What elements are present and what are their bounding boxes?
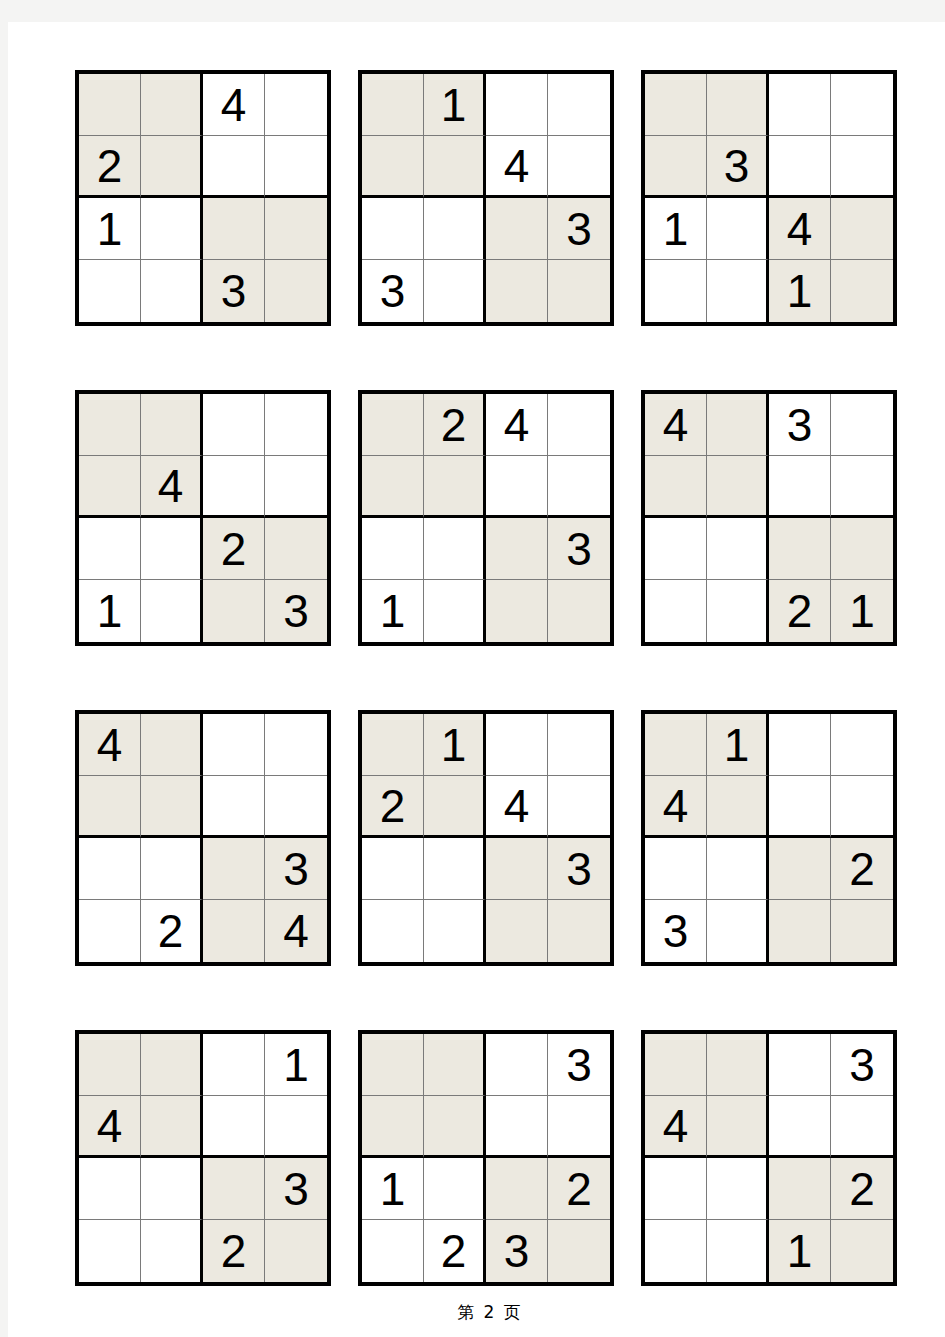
sudoku-cell-p4-r3c1 — [79, 518, 141, 580]
sudoku-cell-p2-r4c4 — [548, 260, 610, 322]
sudoku-cell-p6-r3c1 — [645, 518, 707, 580]
sudoku-cell-p8-r1c4 — [548, 714, 610, 776]
sudoku-cell-p3-r3c2 — [707, 198, 769, 260]
sudoku-cell-p11-r4c1 — [362, 1220, 424, 1282]
sudoku-cell-p12-r4c4 — [831, 1220, 893, 1282]
sudoku-cell-p2-r1c2: 1 — [424, 74, 486, 136]
sudoku-cell-p12-r1c3 — [769, 1034, 831, 1096]
sudoku-cell-p10-r1c1 — [79, 1034, 141, 1096]
sudoku-cell-p5-r1c1 — [362, 394, 424, 456]
sudoku-cell-p2-r4c3 — [486, 260, 548, 322]
sudoku-cell-p7-r4c1 — [79, 900, 141, 962]
sudoku-cell-p7-r3c3 — [203, 838, 265, 900]
sudoku-cell-p6-r4c3: 2 — [769, 580, 831, 642]
sudoku-board-4: 4213 — [75, 390, 331, 646]
sudoku-cell-p12-r2c4 — [831, 1096, 893, 1158]
sudoku-cell-p9-r2c2 — [707, 776, 769, 838]
sudoku-cell-p1-r1c2 — [141, 74, 203, 136]
sudoku-cell-p1-r4c3: 3 — [203, 260, 265, 322]
puzzle-grid-container: 4213143331414213243143214324124314231432… — [75, 70, 897, 1286]
sudoku-cell-p3-r3c1: 1 — [645, 198, 707, 260]
sudoku-cell-p12-r4c3: 1 — [769, 1220, 831, 1282]
sudoku-cell-p9-r1c1 — [645, 714, 707, 776]
sudoku-cell-p3-r1c3 — [769, 74, 831, 136]
sudoku-cell-p7-r1c3 — [203, 714, 265, 776]
sudoku-cell-p4-r1c1 — [79, 394, 141, 456]
sudoku-cell-p7-r3c2 — [141, 838, 203, 900]
sudoku-cell-p12-r2c2 — [707, 1096, 769, 1158]
sudoku-cell-p4-r4c1: 1 — [79, 580, 141, 642]
sudoku-cell-p10-r4c4 — [265, 1220, 327, 1282]
sudoku-cell-p4-r4c3 — [203, 580, 265, 642]
sudoku-cell-p4-r2c4 — [265, 456, 327, 518]
sudoku-cell-p2-r1c4 — [548, 74, 610, 136]
sudoku-cell-p3-r2c1 — [645, 136, 707, 198]
sudoku-cell-p3-r4c1 — [645, 260, 707, 322]
sudoku-cell-p11-r4c3: 3 — [486, 1220, 548, 1282]
sudoku-cell-p12-r3c2 — [707, 1158, 769, 1220]
sudoku-cell-p10-r1c2 — [141, 1034, 203, 1096]
sudoku-cell-p2-r3c2 — [424, 198, 486, 260]
sudoku-cell-p1-r4c4 — [265, 260, 327, 322]
sudoku-cell-p4-r1c3 — [203, 394, 265, 456]
sudoku-cell-p4-r3c4 — [265, 518, 327, 580]
sudoku-cell-p2-r2c3: 4 — [486, 136, 548, 198]
sudoku-board-12: 3421 — [641, 1030, 897, 1286]
sudoku-cell-p9-r1c3 — [769, 714, 831, 776]
sudoku-cell-p4-r4c4: 3 — [265, 580, 327, 642]
sudoku-cell-p6-r3c4 — [831, 518, 893, 580]
sudoku-cell-p8-r3c4: 3 — [548, 838, 610, 900]
sudoku-cell-p10-r2c3 — [203, 1096, 265, 1158]
sudoku-cell-p11-r2c2 — [424, 1096, 486, 1158]
sudoku-cell-p10-r3c3 — [203, 1158, 265, 1220]
sudoku-cell-p7-r4c3 — [203, 900, 265, 962]
sudoku-cell-p6-r1c3: 3 — [769, 394, 831, 456]
sudoku-cell-p1-r4c2 — [141, 260, 203, 322]
sudoku-cell-p7-r2c3 — [203, 776, 265, 838]
sudoku-board-9: 1423 — [641, 710, 897, 966]
sudoku-cell-p8-r1c2: 1 — [424, 714, 486, 776]
sudoku-cell-p11-r3c2 — [424, 1158, 486, 1220]
sudoku-cell-p7-r4c2: 2 — [141, 900, 203, 962]
sudoku-cell-p10-r1c3 — [203, 1034, 265, 1096]
sudoku-cell-p5-r3c2 — [424, 518, 486, 580]
sudoku-cell-p4-r1c4 — [265, 394, 327, 456]
sudoku-cell-p6-r1c2 — [707, 394, 769, 456]
sudoku-cell-p12-r3c1 — [645, 1158, 707, 1220]
sudoku-cell-p3-r2c4 — [831, 136, 893, 198]
sudoku-cell-p11-r4c4 — [548, 1220, 610, 1282]
sudoku-cell-p6-r3c2 — [707, 518, 769, 580]
sudoku-cell-p7-r4c4: 4 — [265, 900, 327, 962]
sudoku-cell-p2-r4c1: 3 — [362, 260, 424, 322]
sudoku-cell-p8-r4c3 — [486, 900, 548, 962]
sudoku-cell-p11-r4c2: 2 — [424, 1220, 486, 1282]
sudoku-board-8: 1243 — [358, 710, 614, 966]
sudoku-cell-p2-r4c2 — [424, 260, 486, 322]
sudoku-cell-p7-r1c4 — [265, 714, 327, 776]
sudoku-cell-p11-r3c4: 2 — [548, 1158, 610, 1220]
sudoku-cell-p12-r1c1 — [645, 1034, 707, 1096]
sudoku-cell-p3-r3c4 — [831, 198, 893, 260]
sudoku-cell-p9-r4c4 — [831, 900, 893, 962]
sudoku-cell-p8-r2c4 — [548, 776, 610, 838]
sudoku-cell-p9-r4c3 — [769, 900, 831, 962]
sudoku-cell-p9-r2c4 — [831, 776, 893, 838]
sudoku-cell-p9-r3c2 — [707, 838, 769, 900]
sudoku-cell-p9-r2c1: 4 — [645, 776, 707, 838]
sudoku-cell-p5-r1c3: 4 — [486, 394, 548, 456]
sudoku-cell-p7-r2c1 — [79, 776, 141, 838]
sudoku-cell-p5-r3c1 — [362, 518, 424, 580]
sudoku-board-5: 2431 — [358, 390, 614, 646]
sudoku-cell-p2-r3c1 — [362, 198, 424, 260]
sudoku-cell-p3-r1c2 — [707, 74, 769, 136]
sudoku-cell-p2-r2c2 — [424, 136, 486, 198]
sudoku-cell-p8-r2c1: 2 — [362, 776, 424, 838]
sudoku-cell-p6-r2c4 — [831, 456, 893, 518]
sudoku-cell-p11-r1c1 — [362, 1034, 424, 1096]
sudoku-cell-p9-r3c1 — [645, 838, 707, 900]
sudoku-cell-p9-r1c2: 1 — [707, 714, 769, 776]
sudoku-cell-p6-r2c2 — [707, 456, 769, 518]
sudoku-cell-p10-r4c1 — [79, 1220, 141, 1282]
sudoku-cell-p2-r3c4: 3 — [548, 198, 610, 260]
sudoku-cell-p6-r1c1: 4 — [645, 394, 707, 456]
sudoku-cell-p4-r2c3 — [203, 456, 265, 518]
sudoku-cell-p6-r4c4: 1 — [831, 580, 893, 642]
sudoku-cell-p5-r4c4 — [548, 580, 610, 642]
sudoku-cell-p3-r4c3: 1 — [769, 260, 831, 322]
sudoku-cell-p9-r2c3 — [769, 776, 831, 838]
sudoku-cell-p12-r1c2 — [707, 1034, 769, 1096]
sudoku-cell-p11-r1c3 — [486, 1034, 548, 1096]
sudoku-cell-p11-r1c4: 3 — [548, 1034, 610, 1096]
sudoku-cell-p1-r3c1: 1 — [79, 198, 141, 260]
sudoku-cell-p6-r1c4 — [831, 394, 893, 456]
sudoku-cell-p11-r3c1: 1 — [362, 1158, 424, 1220]
sudoku-cell-p5-r3c3 — [486, 518, 548, 580]
sudoku-cell-p1-r2c1: 2 — [79, 136, 141, 198]
sudoku-cell-p7-r2c4 — [265, 776, 327, 838]
sudoku-cell-p1-r3c3 — [203, 198, 265, 260]
sudoku-cell-p11-r3c3 — [486, 1158, 548, 1220]
sudoku-board-1: 4213 — [75, 70, 331, 326]
sudoku-cell-p1-r3c2 — [141, 198, 203, 260]
sudoku-cell-p5-r2c1 — [362, 456, 424, 518]
sudoku-cell-p12-r3c3 — [769, 1158, 831, 1220]
sudoku-cell-p3-r4c2 — [707, 260, 769, 322]
sudoku-cell-p5-r4c3 — [486, 580, 548, 642]
sudoku-cell-p8-r3c3 — [486, 838, 548, 900]
sudoku-cell-p12-r1c4: 3 — [831, 1034, 893, 1096]
sudoku-cell-p8-r1c3 — [486, 714, 548, 776]
sudoku-cell-p8-r1c1 — [362, 714, 424, 776]
sudoku-cell-p7-r1c1: 4 — [79, 714, 141, 776]
sudoku-cell-p3-r4c4 — [831, 260, 893, 322]
sudoku-cell-p5-r4c2 — [424, 580, 486, 642]
sudoku-cell-p3-r2c2: 3 — [707, 136, 769, 198]
sudoku-cell-p10-r4c2 — [141, 1220, 203, 1282]
sudoku-cell-p1-r2c2 — [141, 136, 203, 198]
sudoku-board-6: 4321 — [641, 390, 897, 646]
sudoku-cell-p4-r1c2 — [141, 394, 203, 456]
sudoku-cell-p2-r1c3 — [486, 74, 548, 136]
sudoku-cell-p5-r4c1: 1 — [362, 580, 424, 642]
sudoku-cell-p1-r1c3: 4 — [203, 74, 265, 136]
sudoku-cell-p7-r3c4: 3 — [265, 838, 327, 900]
sudoku-cell-p1-r3c4 — [265, 198, 327, 260]
sudoku-cell-p1-r4c1 — [79, 260, 141, 322]
sudoku-cell-p8-r3c1 — [362, 838, 424, 900]
sudoku-cell-p1-r1c4 — [265, 74, 327, 136]
sudoku-cell-p8-r2c3: 4 — [486, 776, 548, 838]
sudoku-cell-p12-r4c1 — [645, 1220, 707, 1282]
sudoku-cell-p10-r2c4 — [265, 1096, 327, 1158]
sudoku-cell-p6-r3c3 — [769, 518, 831, 580]
sudoku-cell-p8-r4c1 — [362, 900, 424, 962]
sudoku-board-3: 3141 — [641, 70, 897, 326]
sudoku-cell-p8-r4c2 — [424, 900, 486, 962]
sudoku-cell-p8-r3c2 — [424, 838, 486, 900]
sudoku-cell-p7-r3c1 — [79, 838, 141, 900]
sudoku-cell-p9-r1c4 — [831, 714, 893, 776]
sudoku-board-2: 1433 — [358, 70, 614, 326]
sudoku-cell-p12-r2c1: 4 — [645, 1096, 707, 1158]
sudoku-cell-p4-r3c3: 2 — [203, 518, 265, 580]
sudoku-cell-p2-r2c4 — [548, 136, 610, 198]
sudoku-cell-p12-r4c2 — [707, 1220, 769, 1282]
sudoku-cell-p11-r2c1 — [362, 1096, 424, 1158]
sudoku-cell-p4-r2c1 — [79, 456, 141, 518]
sudoku-cell-p9-r4c1: 3 — [645, 900, 707, 962]
sudoku-cell-p5-r1c2: 2 — [424, 394, 486, 456]
sudoku-cell-p12-r3c4: 2 — [831, 1158, 893, 1220]
sudoku-cell-p7-r2c2 — [141, 776, 203, 838]
sudoku-cell-p5-r2c4 — [548, 456, 610, 518]
sudoku-cell-p4-r4c2 — [141, 580, 203, 642]
sudoku-cell-p6-r4c2 — [707, 580, 769, 642]
sudoku-cell-p9-r3c4: 2 — [831, 838, 893, 900]
sudoku-board-11: 31223 — [358, 1030, 614, 1286]
page-footer: 第 2 页 — [75, 1301, 905, 1324]
sudoku-cell-p11-r2c4 — [548, 1096, 610, 1158]
sudoku-cell-p3-r1c1 — [645, 74, 707, 136]
sudoku-cell-p6-r2c3 — [769, 456, 831, 518]
sudoku-cell-p4-r2c2: 4 — [141, 456, 203, 518]
sudoku-cell-p8-r2c2 — [424, 776, 486, 838]
sudoku-cell-p6-r4c1 — [645, 580, 707, 642]
sudoku-cell-p2-r3c3 — [486, 198, 548, 260]
sudoku-cell-p6-r2c1 — [645, 456, 707, 518]
sudoku-cell-p7-r1c2 — [141, 714, 203, 776]
sudoku-cell-p5-r3c4: 3 — [548, 518, 610, 580]
sudoku-cell-p5-r2c2 — [424, 456, 486, 518]
sudoku-cell-p10-r3c2 — [141, 1158, 203, 1220]
sudoku-cell-p10-r2c1: 4 — [79, 1096, 141, 1158]
sudoku-board-10: 1432 — [75, 1030, 331, 1286]
sudoku-cell-p4-r3c2 — [141, 518, 203, 580]
sudoku-cell-p11-r1c2 — [424, 1034, 486, 1096]
sudoku-cell-p3-r1c4 — [831, 74, 893, 136]
page: 4213143331414213243143214324124314231432… — [8, 22, 945, 1337]
sudoku-cell-p2-r2c1 — [362, 136, 424, 198]
sudoku-cell-p1-r2c4 — [265, 136, 327, 198]
sudoku-cell-p10-r3c1 — [79, 1158, 141, 1220]
sudoku-cell-p3-r2c3 — [769, 136, 831, 198]
sudoku-cell-p10-r4c3: 2 — [203, 1220, 265, 1282]
sudoku-cell-p9-r4c2 — [707, 900, 769, 962]
sudoku-cell-p8-r4c4 — [548, 900, 610, 962]
sudoku-cell-p3-r3c3: 4 — [769, 198, 831, 260]
sudoku-cell-p5-r2c3 — [486, 456, 548, 518]
sudoku-cell-p5-r1c4 — [548, 394, 610, 456]
sudoku-cell-p9-r3c3 — [769, 838, 831, 900]
sudoku-cell-p10-r1c4: 1 — [265, 1034, 327, 1096]
sudoku-cell-p10-r2c2 — [141, 1096, 203, 1158]
sudoku-cell-p10-r3c4: 3 — [265, 1158, 327, 1220]
sudoku-cell-p12-r2c3 — [769, 1096, 831, 1158]
sudoku-cell-p11-r2c3 — [486, 1096, 548, 1158]
sudoku-cell-p1-r2c3 — [203, 136, 265, 198]
sudoku-board-7: 4324 — [75, 710, 331, 966]
sudoku-cell-p2-r1c1 — [362, 74, 424, 136]
sudoku-cell-p1-r1c1 — [79, 74, 141, 136]
